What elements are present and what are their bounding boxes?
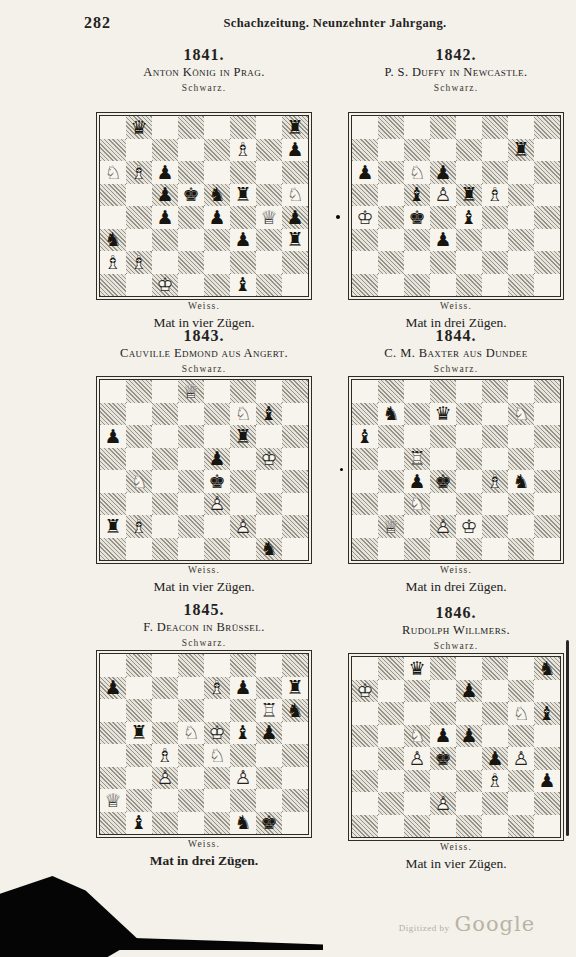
square-h7: ♜ xyxy=(282,677,308,700)
square-d2: ♟♙ xyxy=(430,515,456,538)
square-f1 xyxy=(230,538,256,561)
square-f8 xyxy=(482,657,508,680)
problem-author: Rudolph Willmers. xyxy=(350,623,562,638)
square-h2 xyxy=(282,251,308,274)
square-g1: ♞ xyxy=(256,538,282,561)
square-f6 xyxy=(230,699,256,722)
piece-white-knight: ♞♘ xyxy=(508,403,534,426)
square-f5 xyxy=(230,448,256,471)
square-g5 xyxy=(508,448,534,471)
square-e4: ♝ xyxy=(456,206,482,229)
square-d8 xyxy=(430,116,456,139)
square-g5: ♚♔ xyxy=(256,448,282,471)
piece-white-bishop: ♝♗ xyxy=(204,677,230,700)
piece-white-bishop: ♝♗ xyxy=(126,161,152,184)
piece-black-rook: ♜ xyxy=(230,184,256,207)
square-f8 xyxy=(482,116,508,139)
piece-black-pawn: ♟ xyxy=(534,770,560,793)
square-g4 xyxy=(256,470,282,493)
square-d2 xyxy=(430,251,456,274)
google-logo: Google xyxy=(455,912,536,936)
piece-white-knight: ♞♘ xyxy=(126,470,152,493)
piece-white-bishop: ♝♗ xyxy=(152,744,178,767)
square-e1 xyxy=(456,274,482,297)
square-b7 xyxy=(378,139,404,162)
square-d7 xyxy=(178,677,204,700)
square-f1 xyxy=(482,538,508,561)
square-g1 xyxy=(508,538,534,561)
square-g1 xyxy=(256,274,282,297)
square-d3 xyxy=(430,770,456,793)
square-f7: ♟ xyxy=(230,677,256,700)
piece-black-pawn: ♟ xyxy=(256,722,282,745)
square-h7 xyxy=(534,680,560,703)
square-d4 xyxy=(430,206,456,229)
square-b8 xyxy=(126,654,152,677)
square-h3: ♜ xyxy=(282,229,308,252)
square-c2 xyxy=(404,792,430,815)
piece-black-pawn: ♟ xyxy=(204,206,230,229)
problem-1846: 1846. Rudolph Willmers. Schwarz. ♛♞♚♔♟♞♘… xyxy=(350,604,562,872)
square-f3: ♝♗ xyxy=(482,770,508,793)
piece-black-knight: ♞ xyxy=(508,470,534,493)
square-b2 xyxy=(378,792,404,815)
square-c3: ♞♘ xyxy=(404,493,430,516)
problem-1844: 1844. C. M. Baxter aus Dundee Schwarz. ♞… xyxy=(350,327,562,595)
piece-white-queen: ♛♕ xyxy=(256,206,282,229)
piece-black-pawn: ♟ xyxy=(152,161,178,184)
square-b6 xyxy=(126,425,152,448)
square-e2 xyxy=(204,789,230,812)
square-f5 xyxy=(482,725,508,748)
square-f7: ♞♘ xyxy=(230,403,256,426)
square-f6 xyxy=(230,161,256,184)
square-a4 xyxy=(352,470,378,493)
piece-white-pawn: ♟♙ xyxy=(404,747,430,770)
piece-black-pawn: ♟ xyxy=(230,229,256,252)
square-c3 xyxy=(152,493,178,516)
square-h3 xyxy=(534,493,560,516)
square-b8 xyxy=(126,380,152,403)
piece-black-pawn: ♟ xyxy=(100,425,126,448)
square-e7 xyxy=(456,139,482,162)
square-c7 xyxy=(404,139,430,162)
piece-black-bishop: ♝ xyxy=(404,184,430,207)
square-a2: ♜ xyxy=(100,515,126,538)
square-e7: ♟ xyxy=(456,680,482,703)
square-a8 xyxy=(352,116,378,139)
square-c4: ♟ xyxy=(152,206,178,229)
problem-number: 1841. xyxy=(98,46,310,64)
piece-black-rook: ♜ xyxy=(282,229,308,252)
label-weiss: Weiss. xyxy=(350,841,562,853)
square-b1 xyxy=(378,815,404,838)
square-a7 xyxy=(100,403,126,426)
square-a1 xyxy=(100,538,126,561)
square-e8 xyxy=(456,116,482,139)
problem-1841: 1841. Anton König in Prag. Schwarz. ♛♜♝♗… xyxy=(98,46,310,331)
piece-black-king: ♚ xyxy=(256,812,282,835)
square-e6 xyxy=(204,161,230,184)
square-f7 xyxy=(482,403,508,426)
piece-white-pawn: ♟♙ xyxy=(430,792,456,815)
square-h8: ♞ xyxy=(534,657,560,680)
square-b1 xyxy=(378,538,404,561)
piece-black-pawn: ♟ xyxy=(152,184,178,207)
square-a7: ♚♔ xyxy=(352,680,378,703)
square-d8: ♛♕ xyxy=(178,380,204,403)
square-h5 xyxy=(282,448,308,471)
square-g4: ♛♕ xyxy=(256,206,282,229)
square-h1 xyxy=(534,538,560,561)
square-a7 xyxy=(352,403,378,426)
square-a7 xyxy=(352,139,378,162)
square-e7 xyxy=(204,139,230,162)
problem-number: 1846. xyxy=(350,604,562,622)
square-f3 xyxy=(482,229,508,252)
square-a3 xyxy=(352,229,378,252)
square-c5 xyxy=(152,722,178,745)
label-schwarz: Schwarz. xyxy=(350,82,562,94)
square-a1 xyxy=(352,815,378,838)
square-h6 xyxy=(282,425,308,448)
square-e8 xyxy=(204,654,230,677)
piece-white-king: ♚♔ xyxy=(352,680,378,703)
problem-number: 1843. xyxy=(98,327,310,345)
problem-author: Anton König in Prag. xyxy=(98,65,310,80)
square-d8 xyxy=(430,657,456,680)
square-a4 xyxy=(100,206,126,229)
square-a6: ♟ xyxy=(100,425,126,448)
square-f2: ♟♙ xyxy=(230,515,256,538)
square-c8: ♛ xyxy=(404,657,430,680)
square-b3 xyxy=(378,493,404,516)
square-e8 xyxy=(456,380,482,403)
square-a1 xyxy=(352,538,378,561)
square-f3 xyxy=(482,493,508,516)
piece-black-rook: ♜ xyxy=(230,425,256,448)
square-b6 xyxy=(378,425,404,448)
square-f8 xyxy=(230,116,256,139)
label-schwarz: Schwarz. xyxy=(98,637,310,649)
square-e6 xyxy=(204,699,230,722)
square-e8 xyxy=(204,116,230,139)
square-a2: ♛♕ xyxy=(100,789,126,812)
square-d1 xyxy=(178,274,204,297)
piece-black-knight: ♞ xyxy=(256,538,282,561)
square-f4: ♟ xyxy=(482,747,508,770)
square-c2 xyxy=(404,515,430,538)
square-d5: ♟ xyxy=(430,725,456,748)
square-e2 xyxy=(204,251,230,274)
piece-white-rook: ♜♖ xyxy=(404,448,430,471)
square-g2 xyxy=(256,789,282,812)
square-a3 xyxy=(100,493,126,516)
square-f2 xyxy=(482,792,508,815)
square-g6 xyxy=(508,425,534,448)
square-a3 xyxy=(100,767,126,790)
piece-black-knight: ♞ xyxy=(230,812,256,835)
square-g3 xyxy=(508,229,534,252)
square-g2 xyxy=(256,515,282,538)
square-f8 xyxy=(230,380,256,403)
square-g4 xyxy=(256,744,282,767)
square-c5: ♜♖ xyxy=(404,448,430,471)
problem-author: C. M. Baxter aus Dundee xyxy=(350,346,562,361)
square-h8: ♜ xyxy=(282,116,308,139)
square-b3 xyxy=(126,493,152,516)
square-g1: ♚ xyxy=(256,812,282,835)
piece-white-pawn: ♟♙ xyxy=(230,767,256,790)
square-b7 xyxy=(378,680,404,703)
square-b4 xyxy=(126,206,152,229)
square-h7: ♟ xyxy=(282,139,308,162)
google-watermark: Digitized byGoogle xyxy=(372,912,562,936)
square-c6 xyxy=(152,425,178,448)
piece-black-queen: ♛ xyxy=(430,403,456,426)
problem-number: 1842. xyxy=(350,46,562,64)
square-c4: ♚ xyxy=(404,206,430,229)
square-d2: ♟♙ xyxy=(430,792,456,815)
square-c7 xyxy=(404,680,430,703)
piece-white-bishop: ♝♗ xyxy=(126,251,152,274)
square-b8 xyxy=(378,657,404,680)
square-g5 xyxy=(508,184,534,207)
piece-black-bishop: ♝ xyxy=(126,812,152,835)
square-a3 xyxy=(352,770,378,793)
square-h2 xyxy=(282,515,308,538)
square-a4: ♚♔ xyxy=(352,206,378,229)
square-d3 xyxy=(178,229,204,252)
square-b5 xyxy=(126,184,152,207)
square-b5: ♜ xyxy=(126,722,152,745)
square-d4: ♚ xyxy=(430,747,456,770)
square-g6 xyxy=(508,161,534,184)
square-f4 xyxy=(482,206,508,229)
square-g4: ♞ xyxy=(508,470,534,493)
square-g6 xyxy=(256,425,282,448)
square-d5 xyxy=(178,448,204,471)
square-a7: ♟ xyxy=(100,677,126,700)
square-b7 xyxy=(126,403,152,426)
square-a6: ♝ xyxy=(352,425,378,448)
piece-white-bishop: ♝♗ xyxy=(230,139,256,162)
square-b4 xyxy=(126,744,152,767)
problem-author: P. S. Duffy in Newcastle. xyxy=(350,65,562,80)
square-f1: ♞ xyxy=(230,812,256,835)
square-e6 xyxy=(456,425,482,448)
square-a6 xyxy=(352,702,378,725)
square-d1 xyxy=(178,812,204,835)
square-h1 xyxy=(282,812,308,835)
square-a6: ♞♘ xyxy=(100,161,126,184)
piece-black-pawn: ♟ xyxy=(100,677,126,700)
stipulation: Mat in vier Zügen. xyxy=(98,579,310,595)
square-d4 xyxy=(178,744,204,767)
square-f6 xyxy=(482,161,508,184)
square-b4: ♞♘ xyxy=(126,470,152,493)
square-e3 xyxy=(456,493,482,516)
chessboard-1846: ♛♞♚♔♟♞♘♝♞♘♟♟♟♙♚♟♟♙♝♗♟♟♙ xyxy=(351,656,561,838)
square-c4: ♝♗ xyxy=(152,744,178,767)
square-c6: ♞♘ xyxy=(404,161,430,184)
square-a1 xyxy=(352,274,378,297)
square-h4 xyxy=(282,744,308,767)
square-g2 xyxy=(256,251,282,274)
square-g2 xyxy=(508,251,534,274)
square-e4: ♟ xyxy=(204,206,230,229)
piece-black-rook: ♜ xyxy=(100,515,126,538)
square-e6 xyxy=(204,425,230,448)
square-h1 xyxy=(534,815,560,838)
label-schwarz: Schwarz. xyxy=(350,363,562,375)
square-f3: ♟♙ xyxy=(230,767,256,790)
square-g8 xyxy=(508,657,534,680)
square-h7 xyxy=(534,139,560,162)
square-g5 xyxy=(508,725,534,748)
square-h7 xyxy=(534,403,560,426)
piece-white-bishop: ♝♗ xyxy=(126,515,152,538)
square-g5 xyxy=(256,184,282,207)
square-b8 xyxy=(378,116,404,139)
scan-artifact-dot xyxy=(340,468,343,471)
square-e7 xyxy=(204,403,230,426)
piece-black-king: ♚ xyxy=(204,470,230,493)
square-c5 xyxy=(152,448,178,471)
square-f7 xyxy=(482,139,508,162)
square-h1 xyxy=(282,274,308,297)
problem-1842: 1842. P. S. Duffy in Newcastle. Schwarz.… xyxy=(350,46,562,331)
piece-white-rook: ♜♖ xyxy=(256,699,282,722)
square-e3 xyxy=(204,767,230,790)
problem-number: 1844. xyxy=(350,327,562,345)
square-h4 xyxy=(282,470,308,493)
square-e5: ♟ xyxy=(204,448,230,471)
square-f4 xyxy=(230,470,256,493)
label-weiss: Weiss. xyxy=(350,300,562,312)
square-h5 xyxy=(282,722,308,745)
square-b3 xyxy=(378,229,404,252)
square-h2 xyxy=(282,789,308,812)
square-h5 xyxy=(534,725,560,748)
piece-white-knight: ♞♘ xyxy=(404,161,430,184)
square-f4: ♝♗ xyxy=(482,470,508,493)
journal-title: Schachzeitung. Neunzehnter Jahrgang. xyxy=(100,16,570,31)
square-g2 xyxy=(508,515,534,538)
square-f2 xyxy=(482,515,508,538)
square-h8 xyxy=(534,116,560,139)
square-g8 xyxy=(256,380,282,403)
square-a3: ♞ xyxy=(100,229,126,252)
square-h8 xyxy=(282,654,308,677)
piece-black-pawn: ♟ xyxy=(430,725,456,748)
square-a5 xyxy=(352,725,378,748)
piece-black-pawn: ♟ xyxy=(456,680,482,703)
square-d7 xyxy=(430,139,456,162)
square-f5: ♜ xyxy=(230,184,256,207)
square-c5: ♞♘ xyxy=(404,725,430,748)
square-a2 xyxy=(352,251,378,274)
square-b1 xyxy=(126,274,152,297)
square-a5 xyxy=(352,184,378,207)
scan-artifact-streak xyxy=(118,936,323,950)
square-e1 xyxy=(204,274,230,297)
piece-black-bishop: ♝ xyxy=(352,425,378,448)
piece-white-queen: ♛♕ xyxy=(378,515,404,538)
square-b8 xyxy=(378,380,404,403)
label-schwarz: Schwarz. xyxy=(350,640,562,652)
square-e4: ♞♘ xyxy=(204,744,230,767)
square-a6 xyxy=(100,699,126,722)
square-h5: ♞♘ xyxy=(282,184,308,207)
square-d4: ♚ xyxy=(430,470,456,493)
square-h1 xyxy=(534,274,560,297)
square-b8: ♛ xyxy=(126,116,152,139)
label-weiss: Weiss. xyxy=(98,838,310,850)
square-c4: ♟ xyxy=(404,470,430,493)
square-f8 xyxy=(230,654,256,677)
square-d7 xyxy=(178,139,204,162)
square-b6 xyxy=(126,699,152,722)
square-a6: ♟ xyxy=(352,161,378,184)
square-e8 xyxy=(456,657,482,680)
square-e3 xyxy=(456,229,482,252)
piece-black-queen: ♛ xyxy=(126,116,152,139)
square-c1 xyxy=(404,274,430,297)
square-g8 xyxy=(508,116,534,139)
square-a7 xyxy=(100,139,126,162)
square-a1 xyxy=(100,274,126,297)
piece-black-pawn: ♟ xyxy=(352,161,378,184)
square-g3 xyxy=(256,229,282,252)
stipulation: Mat in vier Zügen. xyxy=(350,856,562,872)
square-d1 xyxy=(430,274,456,297)
piece-black-knight: ♞ xyxy=(204,184,230,207)
square-e1 xyxy=(456,815,482,838)
square-d6: ♟ xyxy=(430,161,456,184)
piece-black-rook: ♜ xyxy=(282,116,308,139)
square-f7: ♝♗ xyxy=(230,139,256,162)
square-e5 xyxy=(456,448,482,471)
square-c1 xyxy=(404,538,430,561)
piece-white-bishop: ♝♗ xyxy=(482,184,508,207)
piece-black-pawn: ♟ xyxy=(282,139,308,162)
piece-white-king: ♚♔ xyxy=(256,448,282,471)
piece-black-king: ♚ xyxy=(430,747,456,770)
square-g3 xyxy=(508,770,534,793)
piece-white-king: ♚♔ xyxy=(456,515,482,538)
piece-black-knight: ♞ xyxy=(100,229,126,252)
scan-artifact-blob xyxy=(0,876,138,957)
square-d5: ♞♘ xyxy=(178,722,204,745)
square-f6: ♜ xyxy=(230,425,256,448)
square-c4 xyxy=(152,470,178,493)
square-e4 xyxy=(456,747,482,770)
square-h4: ♟ xyxy=(282,206,308,229)
piece-black-king: ♚ xyxy=(404,206,430,229)
square-h2 xyxy=(534,251,560,274)
square-a5 xyxy=(100,448,126,471)
square-e5: ♞ xyxy=(204,184,230,207)
square-b4 xyxy=(378,747,404,770)
square-h6: ♞ xyxy=(282,699,308,722)
square-c6 xyxy=(152,699,178,722)
piece-black-rook: ♜ xyxy=(508,139,534,162)
piece-white-pawn: ♟♙ xyxy=(430,515,456,538)
piece-black-bishop: ♝ xyxy=(230,722,256,745)
label-weiss: Weiss. xyxy=(98,564,310,576)
square-e5: ♟ xyxy=(456,725,482,748)
